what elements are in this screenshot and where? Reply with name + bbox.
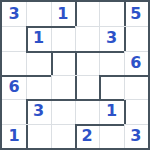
cell-r2c4[interactable] (75, 26, 99, 50)
cell-r6c6[interactable]: 3 (124, 124, 148, 148)
cell-r1c5[interactable] (99, 2, 123, 26)
cell-r4c3[interactable] (51, 75, 75, 99)
cell-r5c1[interactable] (2, 99, 26, 123)
cell-r5c4[interactable] (75, 99, 99, 123)
cell-r6c3[interactable] (51, 124, 75, 148)
cell-r6c4[interactable]: 2 (75, 124, 99, 148)
cell-r1c3[interactable]: 1 (51, 2, 75, 26)
cell-r5c2[interactable]: 3 (26, 99, 50, 123)
cell-r6c1[interactable]: 1 (2, 124, 26, 148)
cell-r3c2[interactable] (26, 51, 50, 75)
cell-r3c5[interactable] (99, 51, 123, 75)
cell-r4c1[interactable]: 6 (2, 75, 26, 99)
cell-r4c2[interactable] (26, 75, 50, 99)
cell-r1c4[interactable] (75, 2, 99, 26)
cell-r6c5[interactable] (99, 124, 123, 148)
cell-r5c6[interactable] (124, 99, 148, 123)
cell-r4c5[interactable] (99, 75, 123, 99)
cell-r3c3[interactable] (51, 51, 75, 75)
cell-r1c2[interactable] (26, 2, 50, 26)
cell-r3c6[interactable]: 6 (124, 51, 148, 75)
cell-r4c6[interactable] (124, 75, 148, 99)
cell-r5c3[interactable] (51, 99, 75, 123)
cell-r4c4[interactable] (75, 75, 99, 99)
cell-r3c4[interactable] (75, 51, 99, 75)
cell-r2c3[interactable] (51, 26, 75, 50)
cell-r5c5[interactable]: 1 (99, 99, 123, 123)
puzzle-board: 315136631123 (0, 0, 150, 150)
cell-r2c6[interactable] (124, 26, 148, 50)
cell-r1c1[interactable]: 3 (2, 2, 26, 26)
cell-r6c2[interactable] (26, 124, 50, 148)
cell-r1c6[interactable]: 5 (124, 2, 148, 26)
cell-r2c2[interactable]: 1 (26, 26, 50, 50)
cell-r2c1[interactable] (2, 26, 26, 50)
cell-r2c5[interactable]: 3 (99, 26, 123, 50)
cell-r3c1[interactable] (2, 51, 26, 75)
